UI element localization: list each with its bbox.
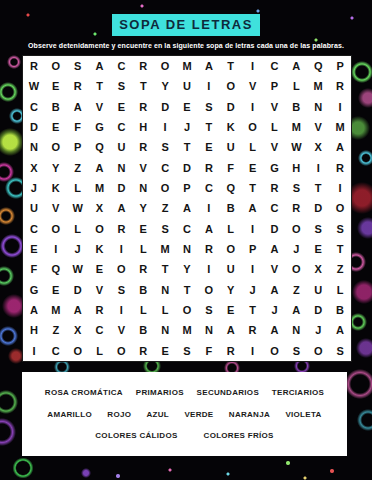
grid-cell[interactable]: V xyxy=(89,280,111,300)
grid-cell[interactable]: C xyxy=(23,219,45,239)
grid-cell[interactable]: A xyxy=(220,320,242,340)
grid-cell[interactable]: R xyxy=(220,341,242,361)
grid-cell[interactable]: C xyxy=(154,158,176,178)
grid-cell[interactable]: A xyxy=(264,239,286,259)
grid-cell[interactable]: C xyxy=(264,198,286,218)
grid-cell[interactable]: G xyxy=(23,280,45,300)
grid-cell[interactable]: B xyxy=(45,97,67,117)
grid-cell[interactable]: I xyxy=(198,259,220,279)
word-item: VIOLETA xyxy=(285,410,321,419)
grid-cell[interactable]: A xyxy=(329,137,351,157)
grid-cell[interactable]: N xyxy=(132,178,154,198)
grid-cell[interactable]: V xyxy=(45,198,67,218)
grid-cell[interactable]: Y xyxy=(154,76,176,96)
grid-cell[interactable]: H xyxy=(23,320,45,340)
grid-cell[interactable]: I xyxy=(242,97,264,117)
grid-cell[interactable]: I xyxy=(45,239,67,259)
grid-cell[interactable]: U xyxy=(220,137,242,157)
grid-cell[interactable]: Y xyxy=(45,158,67,178)
grid-cell[interactable]: B xyxy=(329,300,351,320)
grid-cell[interactable]: O xyxy=(110,259,132,279)
grid-cell[interactable]: P xyxy=(67,137,89,157)
grid-cell[interactable]: L xyxy=(242,137,264,157)
grid-cell[interactable]: O xyxy=(264,341,286,361)
grid-cell[interactable]: O xyxy=(45,137,67,157)
grid-cell[interactable]: X xyxy=(23,158,45,178)
word-item: COLORES CÁLIDOS xyxy=(95,431,177,440)
grid-cell[interactable]: L xyxy=(132,239,154,259)
grid-cell[interactable]: L xyxy=(67,178,89,198)
word-item: SECUNDARIOS xyxy=(197,388,259,397)
grid-cell[interactable]: L xyxy=(154,300,176,320)
grid-cell[interactable]: E xyxy=(110,97,132,117)
grid-cell[interactable]: T xyxy=(89,76,111,96)
grid-cell[interactable]: E xyxy=(198,137,220,157)
page-title: SOPA DE LETRAS xyxy=(112,14,260,36)
grid-cell[interactable]: Z xyxy=(45,320,67,340)
grid-cell[interactable]: A xyxy=(198,56,220,76)
grid-cell[interactable]: C xyxy=(198,178,220,198)
grid-cell[interactable]: H xyxy=(132,117,154,137)
grid-cell[interactable]: I xyxy=(154,117,176,137)
grid-cell[interactable]: O xyxy=(285,259,307,279)
grid-cell[interactable]: O xyxy=(220,239,242,259)
grid-cell[interactable]: T xyxy=(329,239,351,259)
grid-cell[interactable]: X xyxy=(89,198,111,218)
grid-cell[interactable]: N xyxy=(176,239,198,259)
page-title-wrap: SOPA DE LETRAS xyxy=(0,14,372,36)
grid-cell[interactable]: A xyxy=(285,56,307,76)
grid-cell[interactable]: U xyxy=(110,137,132,157)
grid-cell[interactable]: G xyxy=(89,117,111,137)
grid-cell[interactable]: C xyxy=(110,56,132,76)
grid-cell[interactable]: A xyxy=(176,198,198,218)
grid-cell[interactable]: R xyxy=(198,239,220,259)
grid-cell[interactable]: H xyxy=(285,158,307,178)
grid-cell[interactable]: F xyxy=(198,341,220,361)
grid-cell[interactable]: Q xyxy=(307,56,329,76)
grid-cell[interactable]: I xyxy=(329,178,351,198)
grid-cell[interactable]: J xyxy=(23,178,45,198)
grid-cell[interactable]: Z xyxy=(285,280,307,300)
grid-cell[interactable]: P xyxy=(242,239,264,259)
grid-cell[interactable]: I xyxy=(242,259,264,279)
grid-cell[interactable]: P xyxy=(264,76,286,96)
grid-cell[interactable]: S xyxy=(198,97,220,117)
grid-cell[interactable]: E xyxy=(45,280,67,300)
grid-cell[interactable]: C xyxy=(23,97,45,117)
grid-cell[interactable]: B xyxy=(285,97,307,117)
word-search-grid[interactable]: ROSACROMATICAQPWERTSTYUIOVPLMRCBAVERDESD… xyxy=(22,55,352,362)
grid-cell[interactable]: N xyxy=(285,320,307,340)
grid-cell[interactable]: A xyxy=(89,56,111,76)
grid-cell[interactable]: J xyxy=(285,239,307,259)
grid-cell[interactable]: S xyxy=(154,137,176,157)
instruction-text: Observe detenidamente y encuentre en la … xyxy=(0,42,372,49)
grid-cell[interactable]: A xyxy=(198,219,220,239)
grid-cell[interactable]: I xyxy=(198,76,220,96)
grid-cell[interactable]: X xyxy=(307,137,329,157)
grid-cell[interactable]: A xyxy=(264,320,286,340)
grid-cell[interactable]: A xyxy=(264,280,286,300)
grid-cell[interactable]: J xyxy=(307,320,329,340)
grid-cell[interactable]: I xyxy=(242,56,264,76)
grid-cell[interactable]: Y xyxy=(132,198,154,218)
word-list-row-3: COLORES CÁLIDOSCOLORES FRÍOS xyxy=(32,431,337,440)
grid-cell[interactable]: O xyxy=(45,219,67,239)
grid-cell[interactable]: M xyxy=(307,76,329,96)
grid-cell[interactable]: V xyxy=(264,97,286,117)
grid-cell[interactable]: R xyxy=(264,178,286,198)
grid-cell[interactable]: M xyxy=(89,178,111,198)
grid-cell[interactable]: M xyxy=(176,320,198,340)
grid-cell[interactable]: V xyxy=(110,320,132,340)
grid-cell[interactable]: E xyxy=(45,76,67,96)
grid-cell[interactable]: E xyxy=(89,259,111,279)
grid-cell[interactable]: E xyxy=(23,239,45,259)
grid-cell[interactable]: E xyxy=(307,239,329,259)
grid-cell[interactable]: S xyxy=(285,341,307,361)
grid-cell[interactable]: D xyxy=(220,97,242,117)
grid-cell[interactable]: C xyxy=(264,56,286,76)
grid-cell[interactable]: J xyxy=(242,280,264,300)
grid-cell[interactable]: R xyxy=(132,97,154,117)
grid-cell[interactable]: M xyxy=(285,117,307,137)
grid-cell[interactable]: T xyxy=(220,56,242,76)
grid-cell[interactable]: J xyxy=(264,300,286,320)
grid-cell[interactable]: L xyxy=(329,280,351,300)
grid-cell[interactable]: B xyxy=(132,320,154,340)
grid-cell[interactable]: Y xyxy=(176,259,198,279)
grid-cell[interactable]: C xyxy=(110,117,132,137)
grid-cell[interactable]: I xyxy=(242,219,264,239)
grid-cell[interactable]: W xyxy=(285,137,307,157)
grid-cell[interactable]: D xyxy=(67,280,89,300)
grid-cell[interactable]: L xyxy=(89,341,111,361)
grid-cell[interactable]: J xyxy=(67,239,89,259)
grid-cell[interactable]: S xyxy=(285,178,307,198)
grid-cell[interactable]: S xyxy=(176,341,198,361)
grid-cell[interactable]: L xyxy=(132,300,154,320)
grid-cell[interactable]: D xyxy=(110,178,132,198)
grid-cell[interactable]: B xyxy=(220,198,242,218)
grid-cell[interactable]: R xyxy=(132,341,154,361)
grid-cell[interactable]: M xyxy=(176,56,198,76)
grid-cell[interactable]: G xyxy=(264,158,286,178)
grid-cell[interactable]: S xyxy=(198,300,220,320)
grid-cell[interactable]: Z xyxy=(154,198,176,218)
grid-cell[interactable]: V xyxy=(264,259,286,279)
grid-cell[interactable]: I xyxy=(307,158,329,178)
grid-cell[interactable]: O xyxy=(110,341,132,361)
grid-cell[interactable]: R xyxy=(329,76,351,96)
grid-cell[interactable]: C xyxy=(176,219,198,239)
grid-cell[interactable]: D xyxy=(307,198,329,218)
grid-cell[interactable]: T xyxy=(307,178,329,198)
grid-cell[interactable]: A xyxy=(110,198,132,218)
word-item: AZUL xyxy=(147,410,170,419)
grid-cell[interactable]: I xyxy=(242,341,264,361)
grid-cell[interactable]: A xyxy=(285,300,307,320)
grid-cell[interactable]: R xyxy=(285,198,307,218)
grid-cell[interactable]: N xyxy=(307,97,329,117)
grid-cell[interactable]: X xyxy=(67,320,89,340)
grid-cell[interactable]: O xyxy=(154,56,176,76)
grid-cell[interactable]: R xyxy=(89,300,111,320)
grid-cell[interactable]: I xyxy=(110,239,132,259)
grid-cell[interactable]: W xyxy=(67,198,89,218)
grid-cell[interactable]: A xyxy=(23,300,45,320)
grid-cell[interactable]: N xyxy=(154,320,176,340)
grid-cell[interactable]: O xyxy=(89,219,111,239)
grid-cell[interactable]: Z xyxy=(329,259,351,279)
grid-cell[interactable]: P xyxy=(176,178,198,198)
grid-cell[interactable]: M xyxy=(329,117,351,137)
grid-cell[interactable]: L xyxy=(264,117,286,137)
grid-cell[interactable]: C xyxy=(45,341,67,361)
word-item: COLORES FRÍOS xyxy=(204,431,274,440)
grid-cell[interactable]: R xyxy=(132,259,154,279)
grid-cell[interactable]: I xyxy=(329,97,351,117)
grid-cell[interactable]: Q xyxy=(89,137,111,157)
grid-cell[interactable]: O xyxy=(198,280,220,300)
grid-cell[interactable]: F xyxy=(220,158,242,178)
grid-cell[interactable]: O xyxy=(285,219,307,239)
grid-cell[interactable]: O xyxy=(45,56,67,76)
grid-cell[interactable]: I xyxy=(23,341,45,361)
grid-cell[interactable]: R xyxy=(132,137,154,157)
grid-cell[interactable]: K xyxy=(89,239,111,259)
grid-cell[interactable]: N xyxy=(154,280,176,300)
grid-cell[interactable]: K xyxy=(220,117,242,137)
grid-cell[interactable]: O xyxy=(154,178,176,198)
grid-cell[interactable]: R xyxy=(110,219,132,239)
grid-cell[interactable]: S xyxy=(67,56,89,76)
grid-cell[interactable]: R xyxy=(242,320,264,340)
grid-cell[interactable]: R xyxy=(67,76,89,96)
word-item: AMARILLO xyxy=(47,410,92,419)
grid-cell[interactable]: V xyxy=(307,117,329,137)
word-item: TERCIARIOS xyxy=(272,388,324,397)
grid-cell[interactable]: T xyxy=(176,137,198,157)
grid-cell[interactable]: C xyxy=(89,320,111,340)
grid-cell[interactable]: A xyxy=(242,198,264,218)
grid-cell[interactable]: T xyxy=(242,300,264,320)
grid-cell[interactable]: L xyxy=(220,219,242,239)
grid-cell[interactable]: L xyxy=(285,76,307,96)
grid-cell[interactable]: T xyxy=(198,117,220,137)
grid-cell[interactable]: Y xyxy=(220,280,242,300)
grid-cell[interactable]: O xyxy=(67,341,89,361)
word-item: PRIMARIOS xyxy=(136,388,184,397)
grid-cell[interactable]: M xyxy=(45,300,67,320)
grid-cell[interactable]: D xyxy=(154,97,176,117)
grid-cell[interactable]: K xyxy=(45,178,67,198)
grid-cell[interactable]: X xyxy=(307,259,329,279)
grid-cell[interactable]: T xyxy=(176,280,198,300)
grid-cell[interactable]: P xyxy=(329,56,351,76)
grid-cell[interactable]: Z xyxy=(67,158,89,178)
grid-cell[interactable]: N xyxy=(110,158,132,178)
grid-cell[interactable]: L xyxy=(67,219,89,239)
grid-cell[interactable]: I xyxy=(198,198,220,218)
grid-cell[interactable]: E xyxy=(45,117,67,137)
grid-cell[interactable]: R xyxy=(132,56,154,76)
grid-cell[interactable]: J xyxy=(176,117,198,137)
grid-cell[interactable]: V xyxy=(242,76,264,96)
grid-cell[interactable]: E xyxy=(176,97,198,117)
grid-cell[interactable]: R xyxy=(329,158,351,178)
grid-cell[interactable]: F xyxy=(67,117,89,137)
grid-cell[interactable]: T xyxy=(132,76,154,96)
grid-cell[interactable]: N xyxy=(198,320,220,340)
grid-cell[interactable]: O xyxy=(307,341,329,361)
word-item: ROJO xyxy=(107,410,131,419)
grid-cell[interactable]: R xyxy=(198,158,220,178)
grid-cell[interactable]: U xyxy=(307,280,329,300)
grid-cell[interactable]: A xyxy=(67,97,89,117)
grid-cell[interactable]: V xyxy=(264,137,286,157)
grid-cell[interactable]: W xyxy=(23,76,45,96)
grid-cell[interactable]: A xyxy=(67,300,89,320)
grid-cell[interactable]: S xyxy=(329,341,351,361)
grid-cell[interactable]: I xyxy=(110,300,132,320)
grid-cell[interactable]: D xyxy=(307,300,329,320)
grid-cell[interactable]: B xyxy=(132,280,154,300)
word-search-page: { "game": "word-search (sopa de letras)"… xyxy=(0,0,372,480)
grid-cell[interactable]: N xyxy=(23,137,45,157)
grid-cell[interactable]: R xyxy=(23,56,45,76)
grid-cell[interactable]: S xyxy=(154,219,176,239)
grid-cell[interactable]: E xyxy=(220,300,242,320)
grid-cell[interactable]: U xyxy=(220,259,242,279)
grid-cell[interactable]: O xyxy=(329,198,351,218)
grid-cell[interactable]: A xyxy=(329,320,351,340)
grid-cell[interactable]: M xyxy=(154,239,176,259)
grid-cell[interactable]: O xyxy=(176,300,198,320)
grid-cell[interactable]: O xyxy=(242,117,264,137)
grid-cell[interactable]: T xyxy=(242,178,264,198)
grid-cell[interactable]: U xyxy=(176,76,198,96)
grid-cell[interactable]: E xyxy=(242,158,264,178)
word-item: NARANJA xyxy=(229,410,270,419)
grid-cell[interactable]: A xyxy=(89,158,111,178)
grid-cell[interactable]: T xyxy=(154,259,176,279)
word-list-panel: ROSA CROMÁTICAPRIMARIOSSECUNDARIOSTERCIA… xyxy=(22,372,347,456)
word-item: ROSA CROMÁTICA xyxy=(45,388,123,397)
grid-cell[interactable]: S xyxy=(329,219,351,239)
grid-cell[interactable]: O xyxy=(220,76,242,96)
grid-cell[interactable]: U xyxy=(23,198,45,218)
grid-cell[interactable]: Q xyxy=(220,178,242,198)
grid-cell[interactable]: E xyxy=(132,219,154,239)
grid-cell[interactable]: Q xyxy=(45,259,67,279)
grid-cell[interactable]: S xyxy=(307,219,329,239)
word-list-row-1: ROSA CROMÁTICAPRIMARIOSSECUNDARIOSTERCIA… xyxy=(32,388,337,397)
grid-cell[interactable]: E xyxy=(154,341,176,361)
grid-cell[interactable]: S xyxy=(110,76,132,96)
grid-cell[interactable]: D xyxy=(264,219,286,239)
grid-cell[interactable]: D xyxy=(176,158,198,178)
grid-cell[interactable]: S xyxy=(110,280,132,300)
grid-cell[interactable]: D xyxy=(23,117,45,137)
grid-cell[interactable]: V xyxy=(132,158,154,178)
grid-cell[interactable]: W xyxy=(67,259,89,279)
grid-cell[interactable]: F xyxy=(23,259,45,279)
word-list-row-2: AMARILLOROJOAZULVERDENARANJAVIOLETA xyxy=(32,410,337,419)
grid-cell[interactable]: V xyxy=(89,97,111,117)
word-item: VERDE xyxy=(184,410,213,419)
